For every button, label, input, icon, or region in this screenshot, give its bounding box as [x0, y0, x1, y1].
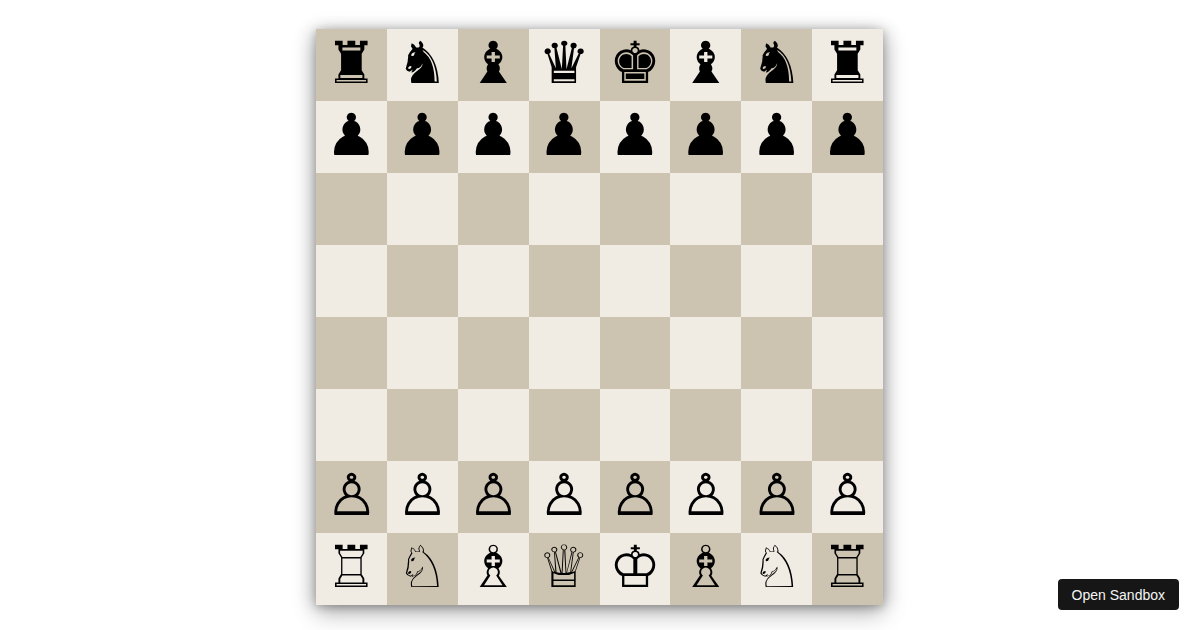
square-a8[interactable]: ♜: [316, 29, 387, 101]
square-c1[interactable]: ♗: [458, 533, 529, 605]
chess-board: ♜♞♝♛♚♝♞♜♟♟♟♟♟♟♟♟♙♙♙♙♙♙♙♙♖♘♗♕♔♗♘♖: [316, 29, 883, 605]
piece-white-pawn[interactable]: ♙: [609, 466, 661, 524]
square-h7[interactable]: ♟: [812, 101, 883, 173]
square-g8[interactable]: ♞: [741, 29, 812, 101]
square-a4[interactable]: [316, 317, 387, 389]
square-e6[interactable]: [600, 173, 671, 245]
piece-black-knight[interactable]: ♞: [751, 34, 803, 92]
square-g1[interactable]: ♘: [741, 533, 812, 605]
square-d8[interactable]: ♛: [529, 29, 600, 101]
square-b8[interactable]: ♞: [387, 29, 458, 101]
square-h5[interactable]: [812, 245, 883, 317]
piece-white-knight[interactable]: ♘: [396, 538, 448, 596]
square-b3[interactable]: [387, 389, 458, 461]
piece-white-pawn[interactable]: ♙: [325, 466, 377, 524]
piece-white-pawn[interactable]: ♙: [467, 466, 519, 524]
piece-black-rook[interactable]: ♜: [325, 34, 377, 92]
piece-white-knight[interactable]: ♘: [751, 538, 803, 596]
square-d6[interactable]: [529, 173, 600, 245]
piece-black-pawn[interactable]: ♟: [396, 106, 448, 164]
piece-white-pawn[interactable]: ♙: [396, 466, 448, 524]
piece-white-pawn[interactable]: ♙: [822, 466, 874, 524]
square-c5[interactable]: [458, 245, 529, 317]
square-h3[interactable]: [812, 389, 883, 461]
square-g3[interactable]: [741, 389, 812, 461]
square-d2[interactable]: ♙: [529, 461, 600, 533]
square-a2[interactable]: ♙: [316, 461, 387, 533]
square-f3[interactable]: [670, 389, 741, 461]
square-h4[interactable]: [812, 317, 883, 389]
square-c2[interactable]: ♙: [458, 461, 529, 533]
piece-black-bishop[interactable]: ♝: [680, 34, 732, 92]
square-e5[interactable]: [600, 245, 671, 317]
square-f1[interactable]: ♗: [670, 533, 741, 605]
piece-black-knight[interactable]: ♞: [396, 34, 448, 92]
piece-black-queen[interactable]: ♛: [538, 34, 590, 92]
piece-black-bishop[interactable]: ♝: [467, 34, 519, 92]
piece-white-bishop[interactable]: ♗: [467, 538, 519, 596]
piece-white-pawn[interactable]: ♙: [538, 466, 590, 524]
square-f7[interactable]: ♟: [670, 101, 741, 173]
square-d1[interactable]: ♕: [529, 533, 600, 605]
piece-white-king[interactable]: ♔: [609, 538, 661, 596]
square-a3[interactable]: [316, 389, 387, 461]
square-f6[interactable]: [670, 173, 741, 245]
square-e3[interactable]: [600, 389, 671, 461]
square-c6[interactable]: [458, 173, 529, 245]
piece-black-pawn[interactable]: ♟: [822, 106, 874, 164]
square-b1[interactable]: ♘: [387, 533, 458, 605]
square-h1[interactable]: ♖: [812, 533, 883, 605]
square-f2[interactable]: ♙: [670, 461, 741, 533]
square-a6[interactable]: [316, 173, 387, 245]
square-b6[interactable]: [387, 173, 458, 245]
square-c4[interactable]: [458, 317, 529, 389]
square-d7[interactable]: ♟: [529, 101, 600, 173]
square-f8[interactable]: ♝: [670, 29, 741, 101]
square-d3[interactable]: [529, 389, 600, 461]
piece-white-pawn[interactable]: ♙: [680, 466, 732, 524]
square-d4[interactable]: [529, 317, 600, 389]
square-h2[interactable]: ♙: [812, 461, 883, 533]
square-b5[interactable]: [387, 245, 458, 317]
square-b7[interactable]: ♟: [387, 101, 458, 173]
square-b2[interactable]: ♙: [387, 461, 458, 533]
square-c3[interactable]: [458, 389, 529, 461]
square-f4[interactable]: [670, 317, 741, 389]
square-e2[interactable]: ♙: [600, 461, 671, 533]
square-a7[interactable]: ♟: [316, 101, 387, 173]
square-g7[interactable]: ♟: [741, 101, 812, 173]
piece-white-queen[interactable]: ♕: [538, 538, 590, 596]
piece-black-pawn[interactable]: ♟: [467, 106, 519, 164]
piece-black-pawn[interactable]: ♟: [538, 106, 590, 164]
piece-white-rook[interactable]: ♖: [325, 538, 377, 596]
square-b4[interactable]: [387, 317, 458, 389]
square-g6[interactable]: [741, 173, 812, 245]
square-e8[interactable]: ♚: [600, 29, 671, 101]
square-a1[interactable]: ♖: [316, 533, 387, 605]
square-d5[interactable]: [529, 245, 600, 317]
piece-white-rook[interactable]: ♖: [822, 538, 874, 596]
open-sandbox-button[interactable]: Open Sandbox: [1058, 579, 1179, 610]
square-g4[interactable]: [741, 317, 812, 389]
square-c7[interactable]: ♟: [458, 101, 529, 173]
square-g5[interactable]: [741, 245, 812, 317]
piece-black-king[interactable]: ♚: [609, 34, 661, 92]
piece-white-bishop[interactable]: ♗: [680, 538, 732, 596]
square-f5[interactable]: [670, 245, 741, 317]
piece-black-pawn[interactable]: ♟: [609, 106, 661, 164]
piece-white-pawn[interactable]: ♙: [751, 466, 803, 524]
square-e4[interactable]: [600, 317, 671, 389]
square-h6[interactable]: [812, 173, 883, 245]
square-h8[interactable]: ♜: [812, 29, 883, 101]
square-e1[interactable]: ♔: [600, 533, 671, 605]
square-g2[interactable]: ♙: [741, 461, 812, 533]
piece-black-pawn[interactable]: ♟: [680, 106, 732, 164]
square-c8[interactable]: ♝: [458, 29, 529, 101]
page: ♜♞♝♛♚♝♞♜♟♟♟♟♟♟♟♟♙♙♙♙♙♙♙♙♖♘♗♕♔♗♘♖ Open Sa…: [0, 0, 1200, 630]
piece-black-pawn[interactable]: ♟: [751, 106, 803, 164]
piece-black-rook[interactable]: ♜: [822, 34, 874, 92]
square-e7[interactable]: ♟: [600, 101, 671, 173]
piece-black-pawn[interactable]: ♟: [325, 106, 377, 164]
square-a5[interactable]: [316, 245, 387, 317]
